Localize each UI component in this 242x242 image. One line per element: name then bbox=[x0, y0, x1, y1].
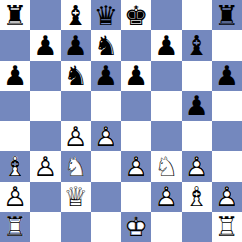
square-f1[interactable] bbox=[151, 212, 181, 242]
piece-outline-glyph: ♔ bbox=[121, 212, 151, 242]
square-f2[interactable]: ♟♙ bbox=[151, 182, 181, 212]
chess-board: ♜♝♛♚♜♟♟♞♟♝♟♞♟♟♟♟♟♙♟♙♝♗♟♙♞♘♟♙♞♘♟♙♟♙♛♕♟♙♝♗… bbox=[0, 0, 242, 242]
square-h6[interactable]: ♟ bbox=[212, 61, 242, 91]
piece-white-knight: ♞♘ bbox=[151, 151, 181, 181]
square-h4[interactable] bbox=[212, 121, 242, 151]
square-d7[interactable]: ♞ bbox=[91, 30, 121, 60]
piece-white-rook: ♜♖ bbox=[0, 212, 30, 242]
piece-black-pawn: ♟ bbox=[121, 61, 151, 91]
square-d6[interactable]: ♟ bbox=[91, 61, 121, 91]
piece-black-knight: ♞ bbox=[91, 30, 121, 60]
square-a6[interactable]: ♟ bbox=[0, 61, 30, 91]
piece-black-pawn: ♟ bbox=[0, 61, 30, 91]
piece-white-rook: ♜♖ bbox=[212, 212, 242, 242]
piece-outline-glyph: ♗ bbox=[0, 151, 30, 181]
piece-black-queen: ♛ bbox=[91, 0, 121, 30]
square-b1[interactable] bbox=[30, 212, 60, 242]
square-a2[interactable]: ♟♙ bbox=[0, 182, 30, 212]
square-f8[interactable] bbox=[151, 0, 181, 30]
square-b8[interactable] bbox=[30, 0, 60, 30]
square-b2[interactable] bbox=[30, 182, 60, 212]
square-f3[interactable]: ♞♘ bbox=[151, 151, 181, 181]
square-a5[interactable] bbox=[0, 91, 30, 121]
square-h7[interactable] bbox=[212, 30, 242, 60]
piece-outline-glyph: ♙ bbox=[0, 182, 30, 212]
square-c8[interactable]: ♝ bbox=[61, 0, 91, 30]
square-g2[interactable]: ♝♗ bbox=[182, 182, 212, 212]
square-d3[interactable] bbox=[91, 151, 121, 181]
square-g1[interactable] bbox=[182, 212, 212, 242]
square-b7[interactable]: ♟ bbox=[30, 30, 60, 60]
square-d2[interactable] bbox=[91, 182, 121, 212]
square-d8[interactable]: ♛ bbox=[91, 0, 121, 30]
piece-black-rook: ♜ bbox=[212, 0, 242, 30]
piece-black-bishop: ♝ bbox=[61, 0, 91, 30]
square-c6[interactable]: ♞ bbox=[61, 61, 91, 91]
square-a8[interactable]: ♜ bbox=[0, 0, 30, 30]
piece-black-pawn: ♟ bbox=[182, 91, 212, 121]
piece-white-knight: ♞♘ bbox=[61, 151, 91, 181]
piece-white-pawn: ♟♙ bbox=[61, 121, 91, 151]
square-g8[interactable] bbox=[182, 0, 212, 30]
square-h3[interactable] bbox=[212, 151, 242, 181]
piece-black-rook: ♜ bbox=[0, 0, 30, 30]
square-e4[interactable] bbox=[121, 121, 151, 151]
piece-outline-glyph: ♙ bbox=[30, 151, 60, 181]
piece-white-pawn: ♟♙ bbox=[212, 182, 242, 212]
piece-white-pawn: ♟♙ bbox=[30, 151, 60, 181]
square-e8[interactable]: ♚ bbox=[121, 0, 151, 30]
square-d1[interactable] bbox=[91, 212, 121, 242]
piece-black-pawn: ♟ bbox=[212, 61, 242, 91]
piece-outline-glyph: ♙ bbox=[151, 182, 181, 212]
square-h2[interactable]: ♟♙ bbox=[212, 182, 242, 212]
square-e6[interactable]: ♟ bbox=[121, 61, 151, 91]
piece-white-bishop: ♝♗ bbox=[182, 182, 212, 212]
square-e1[interactable]: ♚♔ bbox=[121, 212, 151, 242]
square-e3[interactable]: ♟♙ bbox=[121, 151, 151, 181]
square-c1[interactable] bbox=[61, 212, 91, 242]
square-a4[interactable] bbox=[0, 121, 30, 151]
square-c4[interactable]: ♟♙ bbox=[61, 121, 91, 151]
square-g4[interactable] bbox=[182, 121, 212, 151]
piece-black-king: ♚ bbox=[121, 0, 151, 30]
square-f6[interactable] bbox=[151, 61, 181, 91]
piece-black-pawn: ♟ bbox=[91, 61, 121, 91]
square-f7[interactable]: ♟ bbox=[151, 30, 181, 60]
piece-outline-glyph: ♗ bbox=[182, 182, 212, 212]
square-g7[interactable]: ♝ bbox=[182, 30, 212, 60]
piece-white-pawn: ♟♙ bbox=[0, 182, 30, 212]
piece-white-queen: ♛♕ bbox=[61, 182, 91, 212]
square-g6[interactable] bbox=[182, 61, 212, 91]
piece-outline-glyph: ♘ bbox=[61, 151, 91, 181]
piece-white-pawn: ♟♙ bbox=[151, 182, 181, 212]
square-e2[interactable] bbox=[121, 182, 151, 212]
piece-white-pawn: ♟♙ bbox=[182, 151, 212, 181]
piece-white-pawn: ♟♙ bbox=[121, 151, 151, 181]
square-a7[interactable] bbox=[0, 30, 30, 60]
square-d4[interactable]: ♟♙ bbox=[91, 121, 121, 151]
square-b3[interactable]: ♟♙ bbox=[30, 151, 60, 181]
square-a3[interactable]: ♝♗ bbox=[0, 151, 30, 181]
square-f4[interactable] bbox=[151, 121, 181, 151]
piece-black-pawn: ♟ bbox=[61, 30, 91, 60]
square-b4[interactable] bbox=[30, 121, 60, 151]
square-c2[interactable]: ♛♕ bbox=[61, 182, 91, 212]
square-c5[interactable] bbox=[61, 91, 91, 121]
piece-outline-glyph: ♙ bbox=[182, 151, 212, 181]
square-e5[interactable] bbox=[121, 91, 151, 121]
piece-white-king: ♚♔ bbox=[121, 212, 151, 242]
square-f5[interactable] bbox=[151, 91, 181, 121]
piece-outline-glyph: ♖ bbox=[212, 212, 242, 242]
piece-outline-glyph: ♕ bbox=[61, 182, 91, 212]
square-b6[interactable] bbox=[30, 61, 60, 91]
square-a1[interactable]: ♜♖ bbox=[0, 212, 30, 242]
square-h1[interactable]: ♜♖ bbox=[212, 212, 242, 242]
square-g3[interactable]: ♟♙ bbox=[182, 151, 212, 181]
piece-white-pawn: ♟♙ bbox=[91, 121, 121, 151]
piece-black-bishop: ♝ bbox=[182, 30, 212, 60]
square-g5[interactable]: ♟ bbox=[182, 91, 212, 121]
piece-outline-glyph: ♙ bbox=[91, 121, 121, 151]
square-e7[interactable] bbox=[121, 30, 151, 60]
piece-outline-glyph: ♘ bbox=[151, 151, 181, 181]
square-b5[interactable] bbox=[30, 91, 60, 121]
square-c7[interactable]: ♟ bbox=[61, 30, 91, 60]
square-d5[interactable] bbox=[91, 91, 121, 121]
piece-black-knight: ♞ bbox=[61, 61, 91, 91]
piece-outline-glyph: ♖ bbox=[0, 212, 30, 242]
square-h8[interactable]: ♜ bbox=[212, 0, 242, 30]
square-h5[interactable] bbox=[212, 91, 242, 121]
piece-black-pawn: ♟ bbox=[151, 30, 181, 60]
piece-outline-glyph: ♙ bbox=[212, 182, 242, 212]
piece-outline-glyph: ♙ bbox=[121, 151, 151, 181]
piece-black-pawn: ♟ bbox=[30, 30, 60, 60]
piece-outline-glyph: ♙ bbox=[61, 121, 91, 151]
square-c3[interactable]: ♞♘ bbox=[61, 151, 91, 181]
piece-white-bishop: ♝♗ bbox=[0, 151, 30, 181]
